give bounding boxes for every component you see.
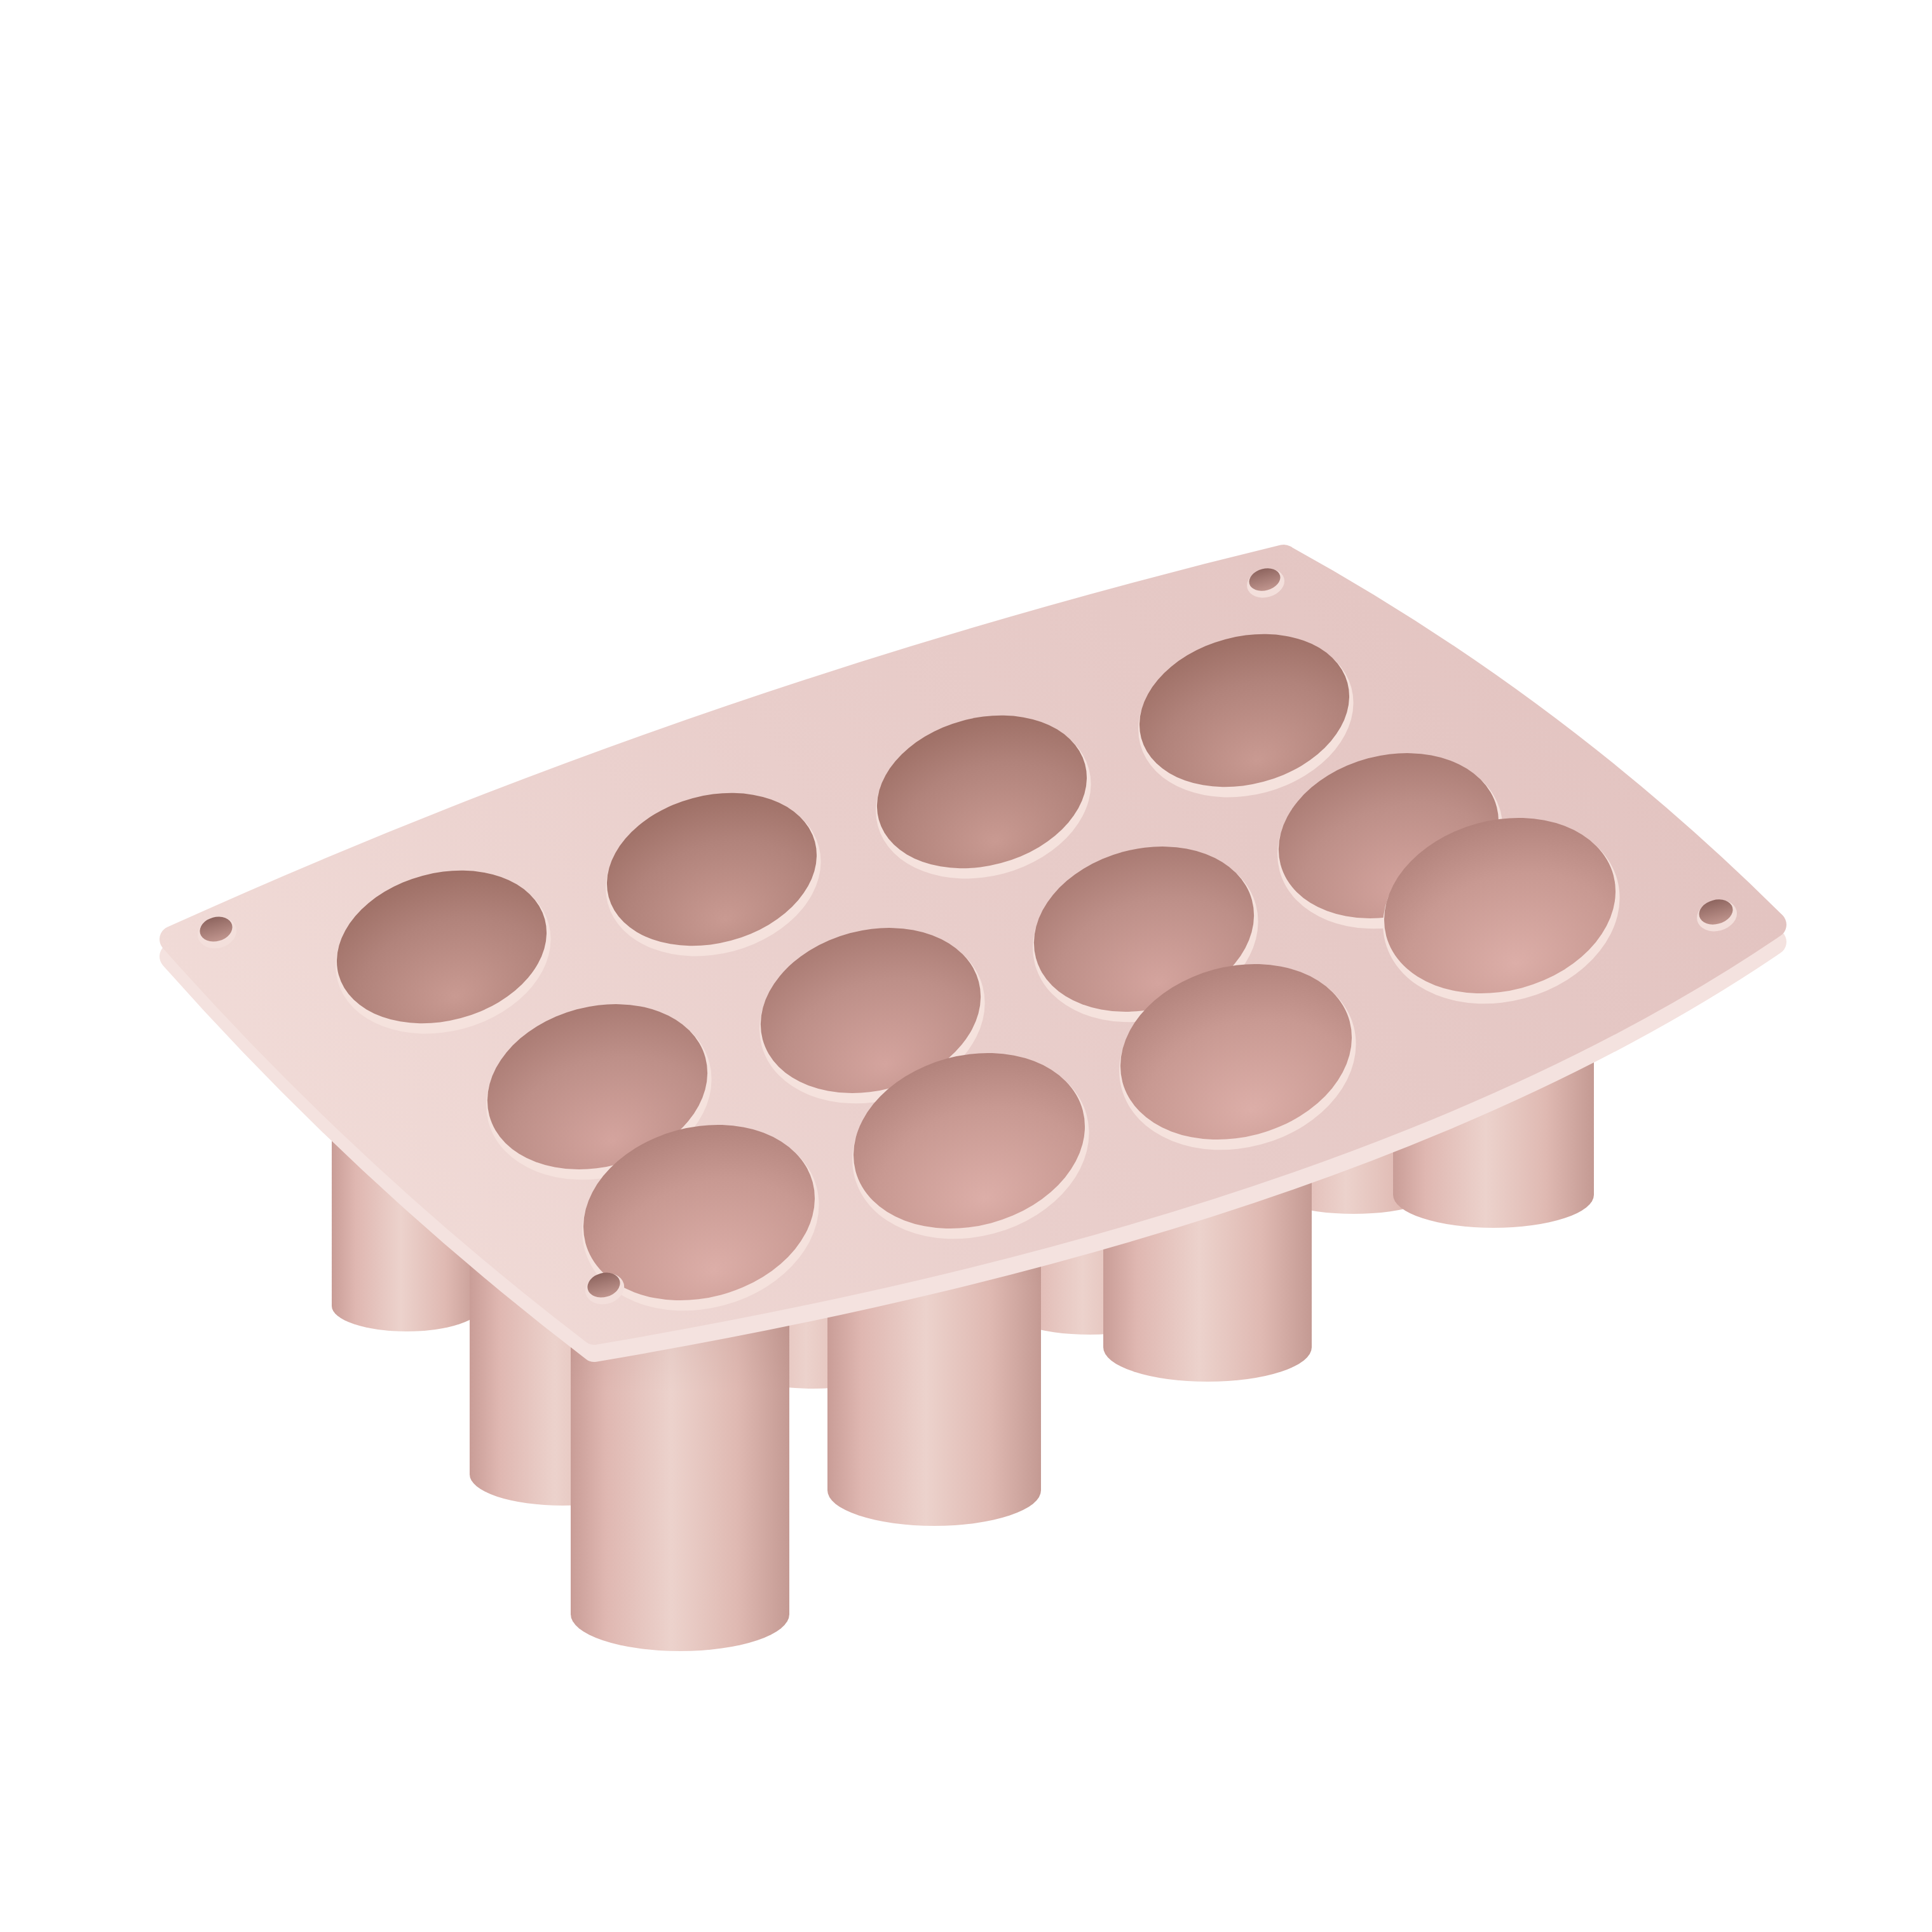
mold-svg (0, 0, 1932, 1932)
product-photo (0, 0, 1932, 1932)
